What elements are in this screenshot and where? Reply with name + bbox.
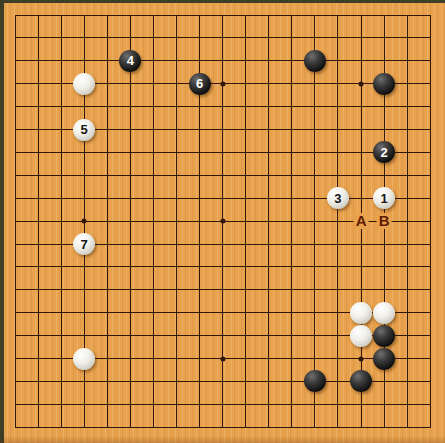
white-stone-move-1: 1 bbox=[373, 187, 395, 209]
grid-line-vertical bbox=[38, 15, 39, 428]
black-stone bbox=[350, 370, 372, 392]
grid-line-horizontal bbox=[15, 198, 431, 199]
move-number: 3 bbox=[334, 192, 341, 205]
black-stone bbox=[304, 50, 326, 72]
grid-line-vertical bbox=[268, 15, 269, 428]
grid-line-horizontal bbox=[15, 404, 431, 405]
grid-line-horizontal bbox=[15, 37, 431, 38]
move-number: 2 bbox=[380, 146, 387, 159]
grid-line-vertical bbox=[153, 15, 154, 428]
board-edge-shade bbox=[0, 436, 445, 443]
grid-line-vertical bbox=[291, 15, 292, 428]
black-stone bbox=[373, 73, 395, 95]
black-stone-move-4: 4 bbox=[119, 50, 141, 72]
grid-line-vertical bbox=[15, 15, 16, 428]
grid-line-vertical bbox=[407, 15, 408, 428]
black-stone bbox=[304, 370, 326, 392]
black-stone bbox=[373, 325, 395, 347]
grid-line-vertical bbox=[176, 15, 177, 428]
grid-line-vertical bbox=[130, 15, 131, 428]
grid-line-horizontal bbox=[15, 427, 431, 428]
black-stone bbox=[373, 348, 395, 370]
grid-line-horizontal bbox=[15, 289, 431, 290]
white-stone bbox=[350, 302, 372, 324]
white-stone bbox=[73, 73, 95, 95]
star-point bbox=[359, 81, 364, 86]
grid-line-vertical bbox=[337, 15, 338, 428]
grid-line-vertical bbox=[107, 15, 108, 428]
choice-label-A[interactable]: A bbox=[354, 213, 369, 229]
star-point bbox=[220, 219, 225, 224]
white-stone-move-5: 5 bbox=[73, 119, 95, 141]
grid-line-horizontal bbox=[15, 175, 431, 176]
white-stone-move-7: 7 bbox=[73, 233, 95, 255]
move-number: 4 bbox=[127, 54, 134, 67]
grid-line-vertical bbox=[430, 15, 431, 428]
star-point bbox=[359, 356, 364, 361]
grid-line-horizontal bbox=[15, 152, 431, 153]
board-edge-left bbox=[0, 0, 4, 443]
choice-label-B[interactable]: B bbox=[377, 213, 392, 229]
grid-line-horizontal bbox=[15, 106, 431, 107]
white-stone bbox=[373, 302, 395, 324]
white-stone bbox=[350, 325, 372, 347]
move-number: 7 bbox=[81, 238, 88, 251]
grid-line-vertical bbox=[314, 15, 315, 428]
grid-line-horizontal bbox=[15, 60, 431, 61]
grid-line-vertical bbox=[61, 15, 62, 428]
grid-line-horizontal bbox=[15, 266, 431, 267]
white-stone-move-3: 3 bbox=[327, 187, 349, 209]
move-number: 1 bbox=[380, 192, 387, 205]
white-stone bbox=[73, 348, 95, 370]
board-edge-top bbox=[0, 0, 445, 3]
move-number: 5 bbox=[81, 123, 88, 136]
black-stone-move-2: 2 bbox=[373, 141, 395, 163]
move-number: 6 bbox=[196, 77, 203, 90]
go-board[interactable]: AB4652317 bbox=[0, 0, 445, 443]
grid-line-vertical bbox=[245, 15, 246, 428]
grid-line-horizontal bbox=[15, 15, 431, 16]
star-point bbox=[220, 356, 225, 361]
black-stone-move-6: 6 bbox=[189, 73, 211, 95]
star-point bbox=[82, 219, 87, 224]
star-point bbox=[220, 81, 225, 86]
